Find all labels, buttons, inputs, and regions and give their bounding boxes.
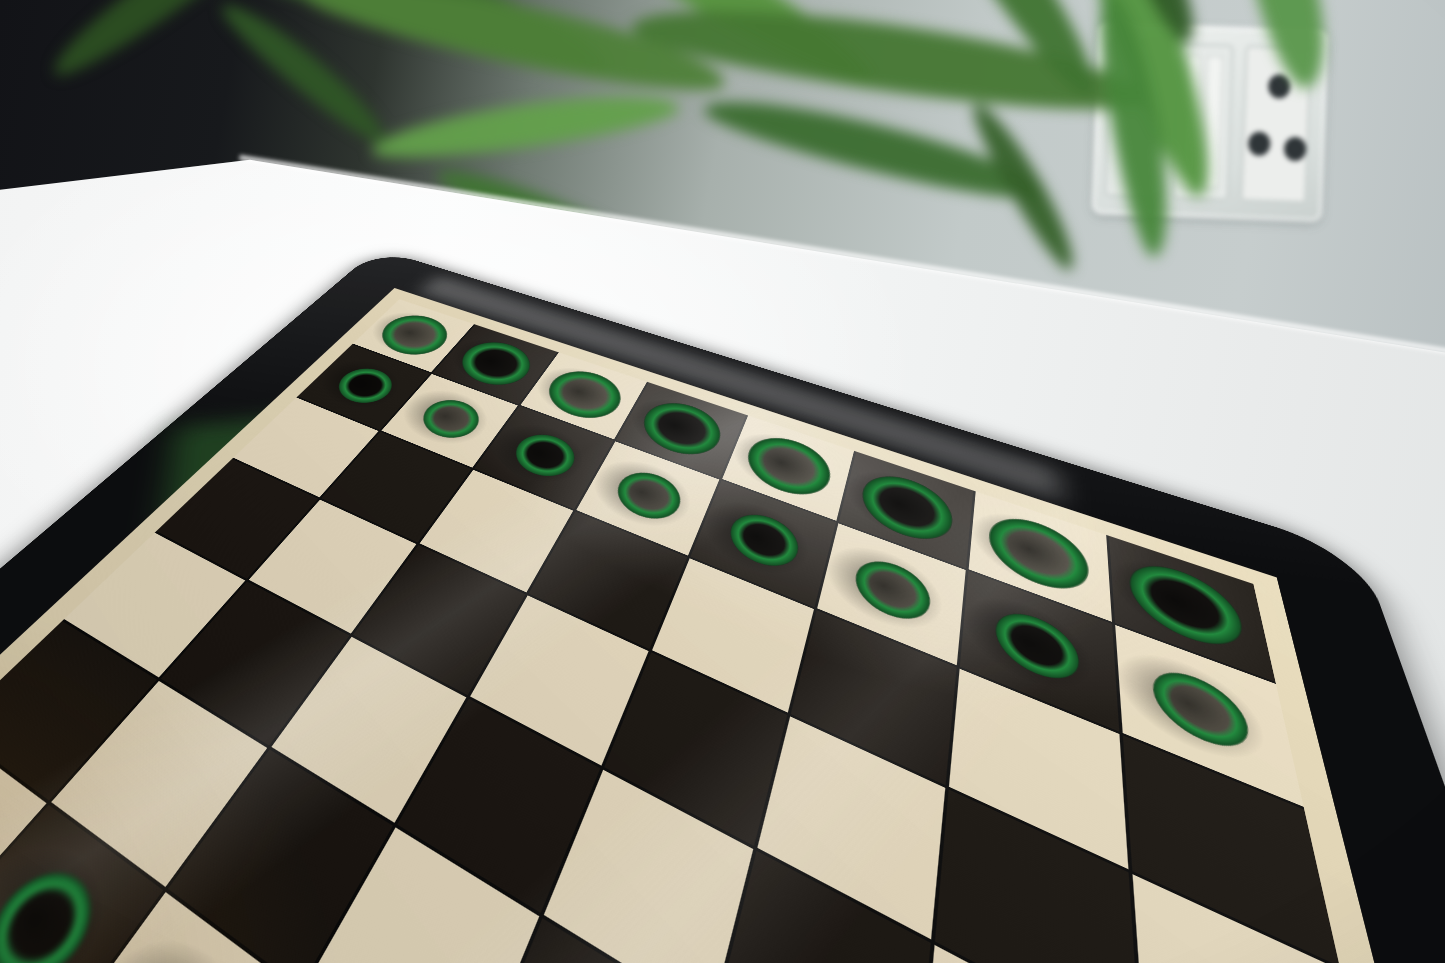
- photo-scene: ♜♞♝♛♚♝♞♜♟♟♟♟♟♟♟♟♟♟♟♟♟♟♟♟♜♞♝♛♚♝♞♜: [0, 0, 1445, 963]
- chessboard-3d-wrapper: ♜♞♝♛♚♝♞♜♟♟♟♟♟♟♟♟♟♟♟♟♟♟♟♟♜♞♝♛♚♝♞♜: [0, 17, 1352, 963]
- pieces-layer: ♜♞♝♛♚♝♞♜♟♟♟♟♟♟♟♟♟♟♟♟♟♟♟♟♜♞♝♛♚♝♞♜: [373, 239, 1383, 548]
- chessboard[interactable]: ♜♞♝♛♚♝♞♜♟♟♟♟♟♟♟♟♟♟♟♟♟♟♟♟♜♞♝♛♚♝♞♜: [0, 239, 1445, 963]
